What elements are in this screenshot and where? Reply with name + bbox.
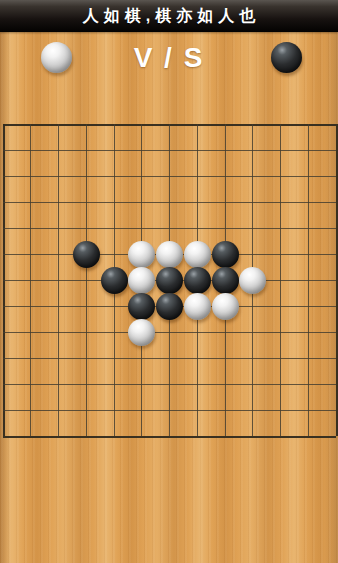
white-stone (184, 241, 211, 268)
grid-line-vertical (336, 124, 338, 436)
app-title: 人如棋,棋亦如人也 (78, 6, 260, 27)
grid-line-horizontal (3, 410, 336, 411)
grid-line-horizontal (3, 384, 336, 385)
white-stone (128, 241, 155, 268)
white-stone (212, 293, 239, 320)
black-stone (101, 267, 128, 294)
app-window: 人如棋,棋亦如人也 V / S (0, 0, 338, 563)
title-bar: 人如棋,棋亦如人也 (0, 0, 338, 32)
board[interactable] (3, 124, 336, 436)
white-stone (128, 319, 155, 346)
grid-line-vertical (308, 124, 309, 436)
black-stone (184, 267, 211, 294)
grid-line-horizontal (3, 332, 336, 333)
grid-line-horizontal (3, 436, 336, 438)
grid-line-horizontal (3, 358, 336, 359)
black-stone (212, 267, 239, 294)
white-stone (156, 241, 183, 268)
black-player-stone-icon (271, 42, 302, 73)
black-stone (156, 267, 183, 294)
black-stone (73, 241, 100, 268)
black-stone (156, 293, 183, 320)
white-stone (128, 267, 155, 294)
grid-line-vertical (280, 124, 281, 436)
black-stone (212, 241, 239, 268)
white-stone (239, 267, 266, 294)
white-stone (184, 293, 211, 320)
black-stone (128, 293, 155, 320)
